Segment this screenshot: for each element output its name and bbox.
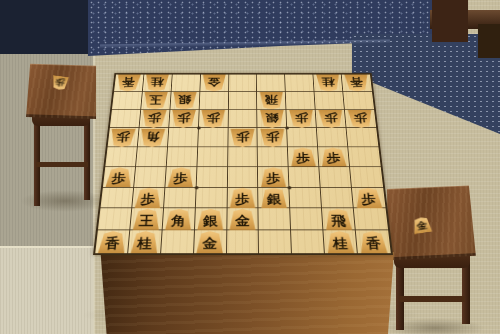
shogi-photo-scene: 歩 金 香桂金桂香玉銀飛歩歩歩銀歩歩歩歩角歩歩歩歩歩歩歩歩歩銀歩王角銀金飛香桂金… [0,0,500,334]
shogi-piece-2e-sente[interactable]: 歩 [321,148,347,167]
square-4h [259,209,292,231]
square-4e [258,147,289,167]
shogi-piece-8a-gote[interactable]: 桂 [145,75,170,92]
square-1a: 香 [342,75,372,92]
board-perspective-wrap: 香桂金桂香玉銀飛歩歩歩銀歩歩歩歩角歩歩歩歩歩歩歩歩歩銀歩王角銀金飛香桂金桂香 [93,73,393,255]
square-2i: 桂 [324,231,358,254]
square-1b [343,92,374,110]
square-2b [315,92,345,110]
shogi-piece-4d-gote[interactable]: 歩 [260,129,285,148]
shogi-piece-8g-sente[interactable]: 歩 [134,188,161,208]
square-5e [228,147,259,167]
square-2a: 桂 [314,75,344,92]
square-7e [166,147,197,167]
square-6e [197,147,228,167]
square-7d [168,128,199,147]
shogi-piece-4b-gote[interactable]: 飛 [259,92,283,109]
square-9e [105,147,137,167]
square-2h: 飛 [322,209,356,231]
square-8h: 王 [130,209,164,231]
sente-komadai: 金 [387,185,476,260]
square-8g: 歩 [132,187,165,208]
square-8d: 角 [138,128,169,147]
shogi-piece-7c-gote[interactable]: 歩 [171,110,196,128]
square-5a [229,75,258,92]
square-9g [100,187,134,208]
square-7h: 角 [162,209,195,231]
square-2e: 歩 [318,147,350,167]
square-9d: 歩 [108,128,140,147]
square-7g [164,187,197,208]
square-3e: 歩 [288,147,319,167]
square-4c: 銀 [258,110,288,128]
sente-captured-gold[interactable]: 金 [411,216,432,234]
square-1c: 歩 [345,110,376,128]
square-2d [317,128,348,147]
square-8i: 桂 [128,231,162,254]
square-2c: 歩 [316,110,347,128]
shogi-piece-5g-sente[interactable]: 歩 [229,188,255,208]
square-3c: 歩 [287,110,317,128]
square-2f [320,167,352,187]
shogi-piece-2c-gote[interactable]: 歩 [318,110,343,128]
square-5d: 歩 [228,128,258,147]
square-6c: 歩 [199,110,229,128]
shogi-piece-4f-sente[interactable]: 歩 [261,167,287,187]
square-5b [228,92,257,110]
square-6a: 金 [200,75,229,92]
square-5i [227,231,260,254]
shogi-piece-8d-gote[interactable]: 角 [140,129,166,148]
square-9f: 歩 [103,167,136,187]
square-6h: 銀 [195,209,228,231]
shogi-piece-1a-gote[interactable]: 香 [344,75,369,92]
shogi-piece-7f-sente[interactable]: 歩 [167,167,193,187]
hoshi-point [194,186,198,189]
square-6f [196,167,227,187]
square-3a [285,75,314,92]
shogi-piece-6i-sente[interactable]: 金 [196,231,223,253]
shogi-piece-3e-sente[interactable]: 歩 [290,148,316,167]
square-9h [98,209,132,231]
shogi-piece-8h-sente[interactable]: 王 [133,209,161,230]
board-side-face [93,252,394,334]
square-5h: 金 [227,209,259,231]
shogi-piece-5h-sente[interactable]: 金 [229,209,255,230]
shogi-piece-2h-sente[interactable]: 飛 [325,209,353,230]
square-1h [354,209,388,231]
square-3i [291,231,325,254]
shogi-piece-6h-sente[interactable]: 銀 [197,209,224,230]
square-7b: 銀 [170,92,200,110]
square-9i: 香 [95,231,130,254]
square-7i [161,231,195,254]
shogi-piece-2i-sente[interactable]: 桂 [326,231,354,253]
shogi-piece-8b-gote[interactable]: 玉 [143,92,168,109]
shogi-piece-7b-gote[interactable]: 銀 [172,92,197,109]
square-2g [321,187,354,208]
shogi-board: 香桂金桂香玉銀飛歩歩歩銀歩歩歩歩角歩歩歩歩歩歩歩歩歩銀歩王角銀金飛香桂金桂香 [93,73,393,255]
square-9c [110,110,141,128]
shogi-piece-3c-gote[interactable]: 歩 [289,110,314,128]
chair-post [432,0,468,42]
shogi-piece-7h-sente[interactable]: 角 [165,209,192,230]
square-3b [286,92,316,110]
shogi-piece-5d-gote[interactable]: 歩 [230,129,255,148]
square-3g [290,187,323,208]
square-4d: 歩 [258,128,288,147]
shogi-piece-8c-gote[interactable]: 歩 [142,110,168,128]
shogi-piece-1g-sente[interactable]: 歩 [355,188,383,208]
square-1g: 歩 [352,187,386,208]
shogi-piece-8i-sente[interactable]: 桂 [130,231,158,253]
shogi-piece-9a-gote[interactable]: 香 [116,75,141,92]
square-9a: 香 [114,75,144,92]
shogi-piece-9i-sente[interactable]: 香 [98,231,127,253]
square-4g: 銀 [259,187,291,208]
shogi-piece-9d-gote[interactable]: 歩 [110,129,136,148]
square-7a [171,75,200,92]
square-7c: 歩 [169,110,199,128]
square-5g: 歩 [227,187,259,208]
square-4b: 飛 [257,92,286,110]
square-9b [112,92,143,110]
square-5c [228,110,258,128]
square-4a [257,75,286,92]
square-8f [134,167,166,187]
shogi-piece-6a-gote[interactable]: 金 [202,75,226,92]
square-6i: 金 [194,231,227,254]
hoshi-point [288,186,292,189]
shogi-piece-4c-gote[interactable]: 銀 [260,110,285,128]
shogi-piece-1c-gote[interactable]: 歩 [348,110,374,128]
left-stool-leg [84,116,90,200]
square-8b: 玉 [141,92,171,110]
shogi-piece-2a-gote[interactable]: 桂 [316,75,341,92]
square-1d [347,128,379,147]
square-7f: 歩 [165,167,197,187]
square-4i [259,231,292,254]
shadowed-corner [0,0,92,54]
square-1e [348,147,380,167]
shogi-piece-9f-sente[interactable]: 歩 [105,167,132,187]
square-3h [291,209,324,231]
square-4f: 歩 [258,167,289,187]
square-6b [199,92,228,110]
chair-leg [478,24,500,58]
square-6g [195,187,227,208]
square-1f [350,167,383,187]
gote-komadai: 歩 [26,64,96,119]
gote-captured-pawn[interactable]: 歩 [51,75,70,91]
square-5f [227,167,258,187]
square-3f [289,167,321,187]
square-3d [287,128,318,147]
shogi-piece-1i-sente[interactable]: 香 [359,231,388,253]
square-6d [198,128,228,147]
shogi-piece-6c-gote[interactable]: 歩 [201,110,226,128]
square-8c: 歩 [139,110,170,128]
square-8a: 桂 [143,75,173,92]
left-stool-stretcher [36,162,88,167]
square-8e [136,147,168,167]
square-1i: 香 [356,231,391,254]
shogi-piece-4g-sente[interactable]: 銀 [261,188,287,208]
